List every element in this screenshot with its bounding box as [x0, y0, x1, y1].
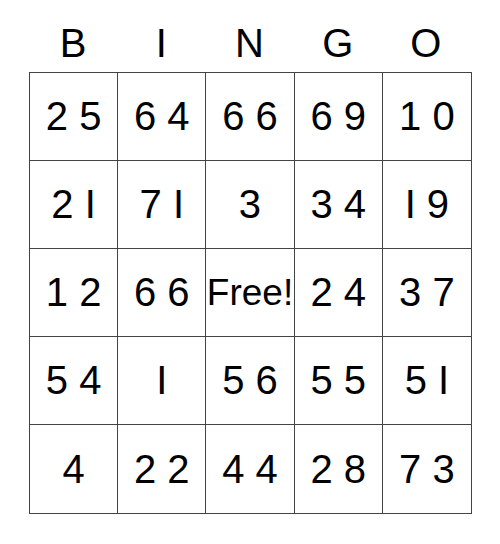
column-header-g: G [294, 23, 382, 72]
bingo-cell[interactable]: 2 5 [30, 73, 118, 161]
bingo-cell[interactable]: 6 9 [295, 73, 383, 161]
bingo-cell[interactable]: 6 6 [206, 73, 294, 161]
bingo-cell[interactable]: 6 4 [118, 73, 206, 161]
bingo-cell[interactable]: I 9 [383, 161, 471, 249]
bingo-cell[interactable]: 3 7 [383, 249, 471, 337]
bingo-header: B I N G O [29, 0, 470, 72]
bingo-cell[interactable]: 3 [206, 161, 294, 249]
bingo-cell[interactable]: 7 3 [383, 425, 471, 513]
bingo-cell[interactable]: 2 I [30, 161, 118, 249]
bingo-grid: 2 5 6 4 6 6 6 9 1 0 2 I 7 I 3 3 4 I 9 1 … [29, 72, 472, 514]
column-header-n: N [205, 23, 293, 72]
bingo-cell[interactable]: 2 4 [295, 249, 383, 337]
bingo-cell[interactable]: 2 8 [295, 425, 383, 513]
bingo-cell[interactable]: 1 2 [30, 249, 118, 337]
free-space-cell[interactable]: Free! [206, 249, 294, 337]
column-header-i: I [117, 23, 205, 72]
bingo-cell[interactable]: 5 6 [206, 337, 294, 425]
bingo-cell[interactable]: 5 5 [295, 337, 383, 425]
bingo-cell[interactable]: I [118, 337, 206, 425]
bingo-cell[interactable]: 3 4 [295, 161, 383, 249]
column-header-o: O [382, 23, 470, 72]
bingo-cell[interactable]: 2 2 [118, 425, 206, 513]
bingo-cell[interactable]: 6 6 [118, 249, 206, 337]
bingo-cell[interactable]: 1 0 [383, 73, 471, 161]
bingo-cell[interactable]: 7 I [118, 161, 206, 249]
bingo-cell[interactable]: 4 4 [206, 425, 294, 513]
bingo-card-page: B I N G O 2 5 6 4 6 6 6 9 1 0 2 I 7 I 3 … [0, 0, 500, 544]
bingo-card: B I N G O 2 5 6 4 6 6 6 9 1 0 2 I 7 I 3 … [29, 0, 470, 514]
bingo-cell[interactable]: 4 [30, 425, 118, 513]
column-header-b: B [29, 23, 117, 72]
bingo-cell[interactable]: 5 I [383, 337, 471, 425]
bingo-cell[interactable]: 5 4 [30, 337, 118, 425]
